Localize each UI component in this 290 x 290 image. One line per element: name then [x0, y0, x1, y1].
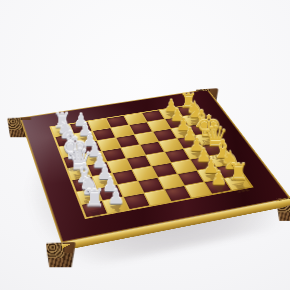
studio-background: ♜♜♟♟♞♞♟♟♝♝♟♟♚♚♟♟♛♛♟♟♝♝♟♟♞♞♟♟♜♜♟♟♜♜♟♟♞♞♟♟… — [0, 0, 290, 290]
silver-rook[interactable]: ♜ — [78, 187, 111, 211]
chess-set: ♜♜♟♟♞♞♟♟♝♝♟♟♚♚♟♟♛♛♟♟♝♝♟♟♞♞♟♟♜♜♟♟♜♜♟♟♞♞♟♟… — [20, 89, 290, 243]
gold-pawn[interactable]: ♟ — [203, 169, 235, 188]
